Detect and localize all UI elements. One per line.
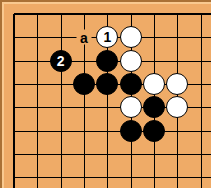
white-stone: [166, 73, 188, 95]
grid-line-vertical: [61, 14, 62, 188]
grid-line-vertical: [201, 14, 202, 188]
white-stone: [166, 96, 188, 118]
black-stone: [96, 73, 118, 95]
black-stone: [143, 120, 165, 142]
point-label-a: a: [76, 30, 91, 45]
white-stone: [120, 26, 142, 48]
board-frame-top-highlight: [2, 2, 211, 4]
board-edge-line-left: [13, 14, 15, 188]
white-stone: [120, 50, 142, 72]
black-stone: [73, 73, 95, 95]
black-stone: [96, 50, 118, 72]
white-stone-move-1: 1: [96, 26, 118, 48]
grid-line-vertical: [37, 14, 38, 188]
black-stone: [120, 73, 142, 95]
black-stone: [120, 120, 142, 142]
white-stone: [143, 73, 165, 95]
grid-line-horizontal: [14, 131, 211, 132]
white-stone: [120, 96, 142, 118]
grid-line-horizontal: [14, 154, 211, 155]
grid-line-horizontal: [14, 177, 211, 178]
black-stone-move-2: 2: [50, 50, 72, 72]
board-edge-line-top: [14, 13, 211, 15]
board-frame-left-highlight: [2, 2, 4, 188]
go-board: a12: [0, 0, 211, 188]
black-stone: [143, 96, 165, 118]
